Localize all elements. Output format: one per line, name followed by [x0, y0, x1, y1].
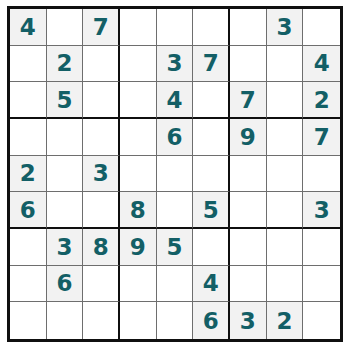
cell-r9c8[interactable]: 2 — [267, 302, 304, 339]
cell-r5c4[interactable] — [120, 156, 157, 193]
cell-r4c4[interactable] — [120, 119, 157, 156]
cell-r9c1[interactable] — [10, 302, 47, 339]
cell-r6c4[interactable]: 8 — [120, 192, 157, 229]
cell-r6c5[interactable] — [157, 192, 194, 229]
cell-r3c5[interactable]: 4 — [157, 82, 194, 119]
cell-r2c7[interactable] — [230, 46, 267, 83]
cell-r9c9[interactable] — [303, 302, 340, 339]
cell-r1c1[interactable]: 4 — [10, 9, 47, 46]
cell-r7c2[interactable]: 3 — [47, 229, 84, 266]
cell-r1c9[interactable] — [303, 9, 340, 46]
cell-r8c3[interactable] — [83, 266, 120, 303]
cell-r9c3[interactable] — [83, 302, 120, 339]
cell-r1c5[interactable] — [157, 9, 194, 46]
cell-r3c8[interactable] — [267, 82, 304, 119]
cell-r3c4[interactable] — [120, 82, 157, 119]
cell-r5c5[interactable] — [157, 156, 194, 193]
cell-r2c2[interactable]: 2 — [47, 46, 84, 83]
cell-r3c7[interactable]: 7 — [230, 82, 267, 119]
cell-r7c3[interactable]: 8 — [83, 229, 120, 266]
cell-r4c9[interactable]: 7 — [303, 119, 340, 156]
cell-r7c6[interactable] — [193, 229, 230, 266]
cell-r3c2[interactable]: 5 — [47, 82, 84, 119]
cell-r6c8[interactable] — [267, 192, 304, 229]
cell-r7c4[interactable]: 9 — [120, 229, 157, 266]
cell-r2c9[interactable]: 4 — [303, 46, 340, 83]
cell-r3c1[interactable] — [10, 82, 47, 119]
cell-r6c9[interactable]: 3 — [303, 192, 340, 229]
cell-r2c6[interactable]: 7 — [193, 46, 230, 83]
cell-r5c9[interactable] — [303, 156, 340, 193]
cell-r2c1[interactable] — [10, 46, 47, 83]
cell-r3c6[interactable] — [193, 82, 230, 119]
cell-r9c7[interactable]: 3 — [230, 302, 267, 339]
sudoku-board: 47323745472697236853389564632 — [7, 6, 343, 342]
cell-r4c1[interactable] — [10, 119, 47, 156]
cell-r8c4[interactable] — [120, 266, 157, 303]
cell-r4c3[interactable] — [83, 119, 120, 156]
cell-r4c5[interactable]: 6 — [157, 119, 194, 156]
cell-r9c2[interactable] — [47, 302, 84, 339]
cell-r1c2[interactable] — [47, 9, 84, 46]
cell-r3c9[interactable]: 2 — [303, 82, 340, 119]
cell-r7c8[interactable] — [267, 229, 304, 266]
cell-r6c1[interactable]: 6 — [10, 192, 47, 229]
cell-r3c3[interactable] — [83, 82, 120, 119]
cell-r6c2[interactable] — [47, 192, 84, 229]
cell-r6c7[interactable] — [230, 192, 267, 229]
cell-r4c6[interactable] — [193, 119, 230, 156]
cell-r8c7[interactable] — [230, 266, 267, 303]
cell-r8c1[interactable] — [10, 266, 47, 303]
cell-r8c5[interactable] — [157, 266, 194, 303]
cell-r5c6[interactable] — [193, 156, 230, 193]
cell-r6c3[interactable] — [83, 192, 120, 229]
cell-r8c8[interactable] — [267, 266, 304, 303]
cell-r1c3[interactable]: 7 — [83, 9, 120, 46]
cell-r8c2[interactable]: 6 — [47, 266, 84, 303]
cell-r2c4[interactable] — [120, 46, 157, 83]
cell-r2c5[interactable]: 3 — [157, 46, 194, 83]
cell-r4c7[interactable]: 9 — [230, 119, 267, 156]
cell-r2c3[interactable] — [83, 46, 120, 83]
cell-r7c5[interactable]: 5 — [157, 229, 194, 266]
cell-r5c2[interactable] — [47, 156, 84, 193]
cell-r9c5[interactable] — [157, 302, 194, 339]
cell-r5c8[interactable] — [267, 156, 304, 193]
cell-r4c8[interactable] — [267, 119, 304, 156]
cell-r7c9[interactable] — [303, 229, 340, 266]
cell-r1c8[interactable]: 3 — [267, 9, 304, 46]
cell-r5c1[interactable]: 2 — [10, 156, 47, 193]
cell-r6c6[interactable]: 5 — [193, 192, 230, 229]
cell-r9c6[interactable]: 6 — [193, 302, 230, 339]
cell-r4c2[interactable] — [47, 119, 84, 156]
cell-r5c3[interactable]: 3 — [83, 156, 120, 193]
cell-r1c7[interactable] — [230, 9, 267, 46]
cell-r1c4[interactable] — [120, 9, 157, 46]
cell-r8c9[interactable] — [303, 266, 340, 303]
cell-r1c6[interactable] — [193, 9, 230, 46]
cell-r7c1[interactable] — [10, 229, 47, 266]
cell-r8c6[interactable]: 4 — [193, 266, 230, 303]
cell-r7c7[interactable] — [230, 229, 267, 266]
cell-r2c8[interactable] — [267, 46, 304, 83]
cell-r9c4[interactable] — [120, 302, 157, 339]
cell-r5c7[interactable] — [230, 156, 267, 193]
